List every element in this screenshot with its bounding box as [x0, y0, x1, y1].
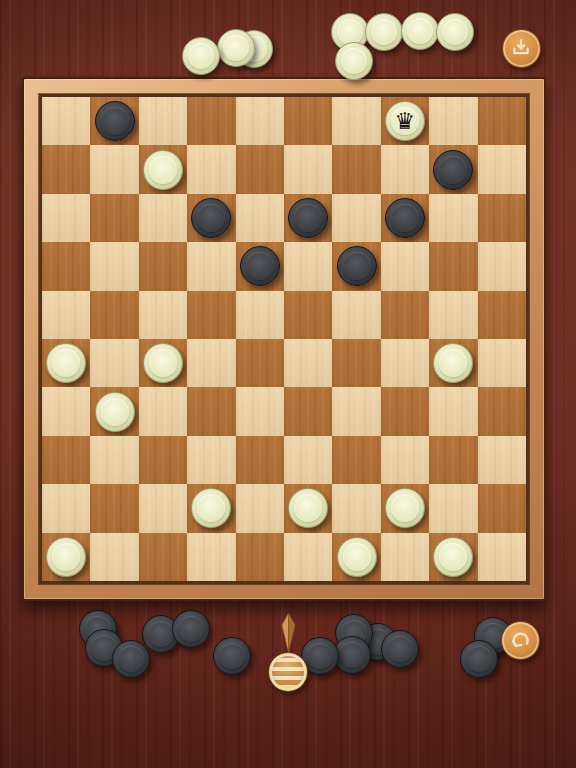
undo-button[interactable]: [501, 621, 540, 660]
board-square[interactable]: [90, 291, 138, 339]
board-square: [42, 387, 90, 435]
captured-white-piece: [401, 12, 439, 50]
white-man-piece[interactable]: [191, 488, 231, 528]
board-square: [139, 291, 187, 339]
board-square: [187, 436, 235, 484]
board-square[interactable]: [429, 533, 477, 581]
download-button[interactable]: [502, 29, 541, 68]
board-square[interactable]: [42, 242, 90, 290]
board-square: [236, 97, 284, 145]
board-square: [478, 339, 526, 387]
board-square[interactable]: [90, 194, 138, 242]
board-frame: ♛: [22, 77, 546, 601]
board-square[interactable]: [42, 145, 90, 193]
white-man-piece[interactable]: [288, 488, 328, 528]
board-square[interactable]: [42, 339, 90, 387]
board-square: [284, 533, 332, 581]
captured-white-piece: [335, 42, 373, 80]
board-square[interactable]: [478, 291, 526, 339]
board-square: [187, 533, 235, 581]
board-square[interactable]: [332, 242, 380, 290]
white-man-piece[interactable]: [143, 150, 183, 190]
app-background: ♛: [0, 0, 576, 768]
white-man-piece[interactable]: [433, 343, 473, 383]
board-square: [478, 533, 526, 581]
download-icon: [510, 37, 532, 59]
board-square: [187, 145, 235, 193]
board-square[interactable]: [332, 533, 380, 581]
board-square[interactable]: [187, 194, 235, 242]
board-square: [478, 436, 526, 484]
board-square: [42, 194, 90, 242]
board-square: [42, 484, 90, 532]
black-man-piece[interactable]: [337, 246, 377, 286]
white-man-piece[interactable]: [46, 537, 86, 577]
board-square[interactable]: [187, 387, 235, 435]
captured-black-piece: [381, 630, 419, 668]
captured-white-piece: [182, 37, 220, 75]
board-square: [90, 533, 138, 581]
white-king-piece[interactable]: ♛: [385, 101, 425, 141]
board-square: [139, 387, 187, 435]
black-man-piece[interactable]: [95, 101, 135, 141]
board-square: [236, 291, 284, 339]
board-square: [381, 145, 429, 193]
board-square: [381, 533, 429, 581]
board-square: [42, 291, 90, 339]
board-square[interactable]: [332, 436, 380, 484]
black-man-piece[interactable]: [385, 198, 425, 238]
board-square[interactable]: [284, 97, 332, 145]
board-square: [429, 97, 477, 145]
board-square[interactable]: [284, 291, 332, 339]
board-square[interactable]: ♛: [381, 97, 429, 145]
board-square[interactable]: [429, 436, 477, 484]
captured-white-piece: [436, 13, 474, 51]
black-man-piece[interactable]: [433, 150, 473, 190]
board-square[interactable]: [236, 145, 284, 193]
board-square: [139, 484, 187, 532]
board-square[interactable]: [478, 484, 526, 532]
black-man-piece[interactable]: [191, 198, 231, 238]
board-square[interactable]: [284, 484, 332, 532]
undo-icon: [509, 629, 532, 652]
turn-indicator: [281, 613, 296, 657]
board-square[interactable]: [429, 145, 477, 193]
diamond-icon: [281, 613, 296, 653]
board-square[interactable]: [236, 242, 284, 290]
board-square: [429, 484, 477, 532]
board-square[interactable]: [139, 533, 187, 581]
board-square: [332, 387, 380, 435]
board-square[interactable]: [429, 242, 477, 290]
board-square: [332, 291, 380, 339]
board-square: [90, 145, 138, 193]
white-man-piece[interactable]: [143, 343, 183, 383]
board-square[interactable]: [381, 387, 429, 435]
board-square: [90, 436, 138, 484]
captured-black-piece: [172, 610, 210, 648]
board-square[interactable]: [139, 436, 187, 484]
board-square[interactable]: [90, 484, 138, 532]
board-square: [429, 291, 477, 339]
board-square[interactable]: [381, 484, 429, 532]
board-square[interactable]: [478, 387, 526, 435]
board-square[interactable]: [187, 484, 235, 532]
board-grid: ♛: [39, 94, 529, 584]
captured-black-piece: [460, 640, 498, 678]
board-square: [236, 194, 284, 242]
board-square: [381, 339, 429, 387]
board-square[interactable]: [90, 387, 138, 435]
white-man-piece[interactable]: [385, 488, 425, 528]
board-square: [284, 436, 332, 484]
captured-white-piece: [217, 29, 255, 67]
board-square: [284, 242, 332, 290]
board-square[interactable]: [187, 291, 235, 339]
board-square: [236, 484, 284, 532]
board-square: [478, 145, 526, 193]
board-square: [236, 387, 284, 435]
board-square[interactable]: [139, 242, 187, 290]
board-square[interactable]: [284, 194, 332, 242]
board-square[interactable]: [332, 339, 380, 387]
board-square: [187, 339, 235, 387]
board-square[interactable]: [381, 291, 429, 339]
board-square: [284, 145, 332, 193]
board-square[interactable]: [236, 533, 284, 581]
board-square[interactable]: [284, 387, 332, 435]
board-square: [187, 242, 235, 290]
board-square: [429, 194, 477, 242]
black-man-piece[interactable]: [240, 246, 280, 286]
board-square: [478, 242, 526, 290]
board-square: [332, 194, 380, 242]
board-square[interactable]: [332, 145, 380, 193]
captured-black-piece: [112, 640, 150, 678]
board-square: [381, 436, 429, 484]
board-square[interactable]: [236, 436, 284, 484]
board-square[interactable]: [42, 436, 90, 484]
board-square: [90, 242, 138, 290]
crown-icon: ♛: [386, 102, 424, 140]
captured-black-piece: [213, 637, 251, 675]
board-square[interactable]: [478, 194, 526, 242]
white-man-piece[interactable]: [337, 537, 377, 577]
board-square: [139, 97, 187, 145]
board-square[interactable]: [139, 145, 187, 193]
board-square: [429, 387, 477, 435]
board-square[interactable]: [139, 339, 187, 387]
board-square: [139, 194, 187, 242]
captured-white-piece: [365, 13, 403, 51]
black-man-piece[interactable]: [288, 198, 328, 238]
white-man-piece[interactable]: [46, 343, 86, 383]
menu-button[interactable]: [268, 652, 308, 692]
white-man-piece[interactable]: [95, 392, 135, 432]
board-square[interactable]: [236, 339, 284, 387]
board-square[interactable]: [429, 339, 477, 387]
board-square[interactable]: [187, 97, 235, 145]
board-square[interactable]: [90, 97, 138, 145]
board-square: [90, 339, 138, 387]
board-square[interactable]: [42, 533, 90, 581]
board-square: [381, 242, 429, 290]
board-square: [42, 97, 90, 145]
board-square: [332, 484, 380, 532]
white-man-piece[interactable]: [433, 537, 473, 577]
board-square: [332, 97, 380, 145]
board-square[interactable]: [478, 97, 526, 145]
board-square[interactable]: [381, 194, 429, 242]
board-square: [284, 339, 332, 387]
